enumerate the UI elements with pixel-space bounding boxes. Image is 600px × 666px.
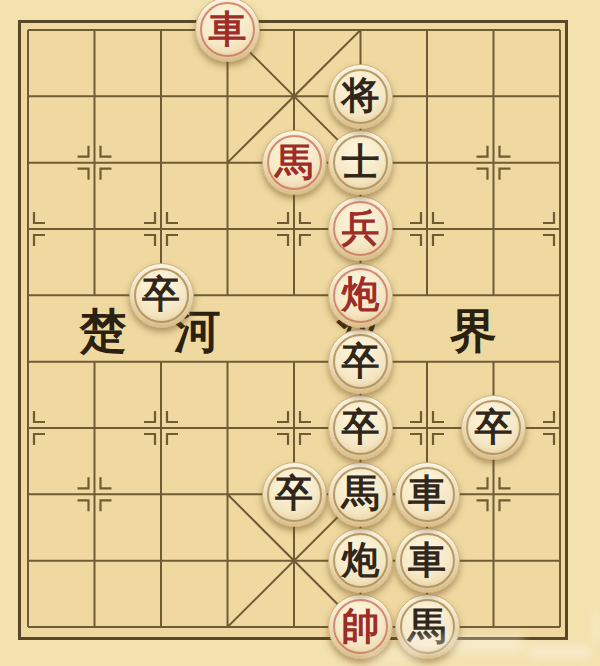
piece-black-soldier[interactable]: 卒: [129, 263, 194, 328]
piece-glyph: 車: [408, 541, 446, 579]
piece-glyph: 卒: [475, 408, 513, 446]
piece-black-horse[interactable]: 馬: [328, 462, 393, 527]
piece-black-soldier[interactable]: 卒: [328, 329, 393, 394]
piece-glyph: 卒: [342, 408, 380, 446]
piece-glyph: 兵: [342, 209, 380, 247]
piece-glyph: 炮: [342, 541, 380, 579]
piece-glyph: 車: [209, 10, 247, 48]
watermark-smudge: [366, 650, 422, 662]
piece-black-chariot[interactable]: 車: [395, 528, 460, 593]
piece-glyph: 卒: [342, 342, 380, 380]
watermark-smudge: [527, 645, 593, 659]
piece-red-cannon[interactable]: 炮: [328, 263, 393, 328]
piece-glyph: 炮: [342, 275, 380, 313]
piece-red-soldier[interactable]: 兵: [328, 196, 393, 261]
piece-black-general[interactable]: 将: [328, 64, 393, 129]
piece-glyph: 卒: [275, 474, 313, 512]
piece-black-soldier[interactable]: 卒: [461, 395, 526, 460]
piece-black-chariot[interactable]: 車: [395, 462, 460, 527]
piece-glyph: 馬: [275, 143, 313, 181]
piece-red-chariot[interactable]: 車: [195, 0, 260, 62]
piece-glyph: 車: [408, 474, 446, 512]
piece-red-horse[interactable]: 馬: [262, 130, 327, 195]
piece-glyph: 卒: [142, 275, 180, 313]
piece-black-advisor[interactable]: 士: [328, 130, 393, 195]
xiangqi-screenshot: 楚 河 汉 界 車将馬士兵卒炮卒卒卒卒馬車炮車帥馬: [0, 0, 600, 666]
piece-black-cannon[interactable]: 炮: [328, 528, 393, 593]
piece-black-soldier[interactable]: 卒: [328, 395, 393, 460]
piece-glyph: 士: [342, 143, 380, 181]
piece-glyph: 帥: [342, 607, 380, 645]
piece-black-soldier[interactable]: 卒: [262, 462, 327, 527]
piece-glyph: 将: [342, 76, 380, 114]
piece-glyph: 馬: [342, 474, 380, 512]
watermark-smudge: [592, 612, 600, 642]
pieces-grid: 車将馬士兵卒炮卒卒卒卒馬車炮車帥馬: [0, 0, 593, 660]
